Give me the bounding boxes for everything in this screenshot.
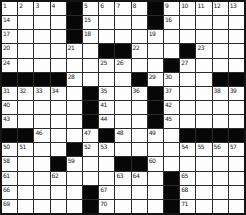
black-cell-r5c1 <box>18 73 33 86</box>
cell-r3c12[interactable]: 23 <box>196 44 211 57</box>
cell-r2c0[interactable]: 17 <box>2 30 17 43</box>
clue-number: 13 <box>230 2 237 9</box>
cell-r4c5[interactable] <box>83 59 98 72</box>
black-cell-r9c0 <box>2 129 17 142</box>
cell-r7c14[interactable] <box>229 101 244 114</box>
clue-number: 16 <box>165 16 172 23</box>
cell-r1c5[interactable]: 15 <box>83 16 98 29</box>
cell-r14c14[interactable] <box>229 200 244 213</box>
cell-r7c6[interactable]: 41 <box>99 101 114 114</box>
clue-number: 23 <box>197 44 204 51</box>
clue-number: 31 <box>3 87 10 94</box>
black-cell-r9c1 <box>18 129 33 142</box>
clue-number: 3 <box>35 2 38 9</box>
clue-number: 53 <box>100 143 107 150</box>
clue-number: 37 <box>165 87 172 94</box>
cell-r6c6[interactable]: 35 <box>99 87 114 100</box>
cell-r6c8[interactable]: 36 <box>132 87 147 100</box>
cell-r1c2[interactable] <box>34 16 49 29</box>
cell-r13c3[interactable] <box>51 186 66 199</box>
clue-number: 50 <box>3 143 10 150</box>
cell-r2c13[interactable] <box>213 30 228 43</box>
cell-r0c2[interactable]: 3 <box>34 2 49 15</box>
cell-r6c12[interactable] <box>196 87 211 100</box>
cell-r14c8[interactable] <box>132 200 147 213</box>
cell-r2c2[interactable] <box>34 30 49 43</box>
cell-r11c11[interactable] <box>180 157 195 170</box>
clue-number: 1 <box>3 2 6 9</box>
black-cell-r9c6 <box>99 129 114 142</box>
clue-number: 60 <box>149 157 156 164</box>
cell-r8c1[interactable] <box>18 115 33 128</box>
clue-number: 71 <box>181 200 188 207</box>
clue-number: 11 <box>197 2 204 9</box>
cell-r12c11[interactable]: 65 <box>180 172 195 185</box>
black-cell-r1c4 <box>67 16 82 29</box>
cell-r3c14[interactable] <box>229 44 244 57</box>
cell-r14c7[interactable] <box>115 200 130 213</box>
clue-number: 28 <box>68 73 75 80</box>
cell-r13c14[interactable] <box>229 186 244 199</box>
cell-r11c9[interactable]: 60 <box>148 157 163 170</box>
cell-r10c13[interactable]: 56 <box>213 143 228 156</box>
cell-r14c2[interactable] <box>34 200 49 213</box>
cell-r9c2[interactable]: 46 <box>34 129 49 142</box>
cell-r4c14[interactable] <box>229 59 244 72</box>
cell-r1c1[interactable] <box>18 16 33 29</box>
clue-number: 34 <box>52 87 59 94</box>
clue-number: 15 <box>84 16 91 23</box>
clue-number: 49 <box>149 129 156 136</box>
cell-r5c6[interactable] <box>99 73 114 86</box>
clue-number: 56 <box>214 143 221 150</box>
cell-r5c5[interactable] <box>83 73 98 86</box>
cell-r13c0[interactable]: 66 <box>2 186 17 199</box>
clue-number: 19 <box>149 30 156 37</box>
cell-r13c7[interactable] <box>115 186 130 199</box>
cell-r8c3[interactable] <box>51 115 66 128</box>
cell-r8c0[interactable]: 43 <box>2 115 17 128</box>
cell-r10c10[interactable] <box>164 143 179 156</box>
cell-r12c9[interactable] <box>148 172 163 185</box>
cell-r9c7[interactable]: 48 <box>115 129 130 142</box>
black-cell-r9c13 <box>213 129 228 142</box>
cell-r4c8[interactable] <box>132 59 147 72</box>
clue-number: 39 <box>230 87 237 94</box>
cell-r3c8[interactable]: 22 <box>132 44 147 57</box>
clue-number: 52 <box>84 143 91 150</box>
black-cell-r11c8 <box>132 157 147 170</box>
clue-number: 2 <box>19 2 22 9</box>
clue-number: 61 <box>3 172 10 179</box>
clue-number: 64 <box>133 172 140 179</box>
cell-r10c0[interactable]: 50 <box>2 143 17 156</box>
clue-number: 22 <box>133 44 140 51</box>
cell-r0c14[interactable]: 13 <box>229 2 244 15</box>
cell-r2c7[interactable] <box>115 30 130 43</box>
cell-r10c2[interactable] <box>34 143 49 156</box>
clue-number: 46 <box>35 129 42 136</box>
clue-number: 5 <box>84 2 87 9</box>
black-cell-r13c5 <box>83 186 98 199</box>
cell-r14c9[interactable] <box>148 200 163 213</box>
cell-r4c2[interactable] <box>34 59 49 72</box>
clue-number: 41 <box>100 101 107 108</box>
clue-number: 59 <box>68 157 75 164</box>
cell-r12c1[interactable] <box>18 172 33 185</box>
black-cell-r8c5 <box>83 115 98 128</box>
cell-r9c8[interactable] <box>132 129 147 142</box>
black-cell-r10c4 <box>67 143 82 156</box>
clue-number: 36 <box>133 87 140 94</box>
cell-r12c8[interactable]: 64 <box>132 172 147 185</box>
cell-r3c3[interactable] <box>51 44 66 57</box>
cell-r2c1[interactable] <box>18 30 33 43</box>
black-cell-r13c10 <box>164 186 179 199</box>
clue-number: 20 <box>3 44 10 51</box>
cell-r9c9[interactable]: 49 <box>148 129 163 142</box>
cell-r1c11[interactable] <box>180 16 195 29</box>
cell-r10c9[interactable] <box>148 143 163 156</box>
clue-number: 51 <box>19 143 26 150</box>
cell-r8c14[interactable] <box>229 115 244 128</box>
cell-r12c2[interactable] <box>34 172 49 185</box>
cell-r8c10[interactable]: 45 <box>164 115 179 128</box>
cell-r8c8[interactable] <box>132 115 147 128</box>
cell-r2c5[interactable]: 18 <box>83 30 98 43</box>
cell-r0c13[interactable]: 12 <box>213 2 228 15</box>
black-cell-r7c9 <box>148 101 163 114</box>
cell-r6c13[interactable]: 38 <box>213 87 228 100</box>
cell-r4c6[interactable]: 25 <box>99 59 114 72</box>
crossword-board: 1234567891011121314151617181920212223242… <box>0 0 246 215</box>
cell-r6c3[interactable]: 34 <box>51 87 66 100</box>
clue-number: 47 <box>84 129 91 136</box>
black-cell-r0c9 <box>148 2 163 15</box>
cell-r0c5[interactable]: 5 <box>83 2 98 15</box>
black-cell-r3c6 <box>99 44 114 57</box>
cell-r7c13[interactable] <box>213 101 228 114</box>
cell-r11c2[interactable] <box>34 157 49 170</box>
cell-r12c3[interactable]: 62 <box>51 172 66 185</box>
cell-r8c4[interactable] <box>67 115 82 128</box>
black-cell-r4c10 <box>164 59 179 72</box>
cell-r14c12[interactable] <box>196 200 211 213</box>
black-cell-r5c14 <box>229 73 244 86</box>
clue-number: 42 <box>165 101 172 108</box>
clue-number: 44 <box>100 115 107 122</box>
clue-number: 4 <box>52 2 55 9</box>
clue-number: 48 <box>116 129 123 136</box>
cell-r11c12[interactable] <box>196 157 211 170</box>
black-cell-r2c4 <box>67 30 82 43</box>
cell-r13c13[interactable] <box>213 186 228 199</box>
black-cell-r5c13 <box>213 73 228 86</box>
black-cell-r14c10 <box>164 200 179 213</box>
cell-r0c12[interactable]: 11 <box>196 2 211 15</box>
cell-r13c1[interactable] <box>18 186 33 199</box>
black-cell-r0c4 <box>67 2 82 15</box>
cell-r10c5[interactable]: 52 <box>83 143 98 156</box>
black-cell-r5c8 <box>132 73 147 86</box>
cell-r5c9[interactable]: 29 <box>148 73 163 86</box>
cell-r1c12[interactable] <box>196 16 211 29</box>
cell-r3c2[interactable] <box>34 44 49 57</box>
clue-number: 55 <box>197 143 204 150</box>
cell-r0c10[interactable]: 9 <box>164 2 179 15</box>
black-cell-r11c7 <box>115 157 130 170</box>
clue-number: 14 <box>3 16 10 23</box>
cell-r5c4[interactable]: 28 <box>67 73 82 86</box>
black-cell-r7c5 <box>83 101 98 114</box>
cell-r6c0[interactable]: 31 <box>2 87 17 100</box>
cell-r12c5[interactable] <box>83 172 98 185</box>
clue-number: 43 <box>3 115 10 122</box>
cell-r12c6[interactable] <box>99 172 114 185</box>
cell-r5c11[interactable] <box>180 73 195 86</box>
cell-r7c12[interactable] <box>196 101 211 114</box>
cell-r1c8[interactable] <box>132 16 147 29</box>
cell-r3c5[interactable] <box>83 44 98 57</box>
cell-r14c4[interactable] <box>67 200 82 213</box>
cell-r2c3[interactable] <box>51 30 66 43</box>
cell-r9c3[interactable] <box>51 129 66 142</box>
clue-number: 38 <box>214 87 221 94</box>
black-cell-r14c5 <box>83 200 98 213</box>
cell-r13c2[interactable] <box>34 186 49 199</box>
clue-number: 32 <box>19 87 26 94</box>
clue-number: 35 <box>100 87 107 94</box>
cell-r6c7[interactable] <box>115 87 130 100</box>
cell-r12c13[interactable] <box>213 172 228 185</box>
clue-number: 10 <box>181 2 188 9</box>
cell-r1c10[interactable]: 16 <box>164 16 179 29</box>
cell-r11c13[interactable] <box>213 157 228 170</box>
cell-r13c12[interactable] <box>196 186 211 199</box>
clue-number: 27 <box>181 59 188 66</box>
cell-r12c4[interactable] <box>67 172 82 185</box>
cell-r7c7[interactable] <box>115 101 130 114</box>
clue-number: 8 <box>133 2 136 9</box>
clue-number: 17 <box>3 30 10 37</box>
cell-r7c8[interactable] <box>132 101 147 114</box>
cell-r14c3[interactable] <box>51 200 66 213</box>
clue-number: 30 <box>165 73 172 80</box>
cell-r4c4[interactable] <box>67 59 82 72</box>
cell-r10c1[interactable]: 51 <box>18 143 33 156</box>
cell-r13c11[interactable]: 68 <box>180 186 195 199</box>
clue-number: 67 <box>100 186 107 193</box>
cell-r4c0[interactable]: 24 <box>2 59 17 72</box>
clue-number: 57 <box>230 143 237 150</box>
cell-r1c13[interactable] <box>213 16 228 29</box>
cell-r13c4[interactable] <box>67 186 82 199</box>
cell-r10c11[interactable]: 54 <box>180 143 195 156</box>
cell-r6c14[interactable]: 39 <box>229 87 244 100</box>
cell-r4c9[interactable] <box>148 59 163 72</box>
clue-number: 9 <box>165 2 168 9</box>
cell-r1c7[interactable] <box>115 16 130 29</box>
cell-r5c7[interactable] <box>115 73 130 86</box>
cell-r11c14[interactable] <box>229 157 244 170</box>
black-cell-r3c7 <box>115 44 130 57</box>
cell-r7c3[interactable] <box>51 101 66 114</box>
cell-r12c7[interactable]: 63 <box>115 172 130 185</box>
cell-r9c4[interactable] <box>67 129 82 142</box>
cell-r12c14[interactable] <box>229 172 244 185</box>
clue-number: 25 <box>100 59 107 66</box>
cell-r8c6[interactable]: 44 <box>99 115 114 128</box>
cell-r13c6[interactable]: 67 <box>99 186 114 199</box>
cell-r3c0[interactable]: 20 <box>2 44 17 57</box>
clue-number: 6 <box>100 2 103 9</box>
clue-number: 21 <box>68 44 75 51</box>
cell-r3c13[interactable] <box>213 44 228 57</box>
clue-number: 26 <box>116 59 123 66</box>
cell-r8c11[interactable] <box>180 115 195 128</box>
cell-r4c1[interactable] <box>18 59 33 72</box>
cell-r1c6[interactable] <box>99 16 114 29</box>
cell-r12c0[interactable]: 61 <box>2 172 17 185</box>
cell-r0c8[interactable]: 8 <box>132 2 147 15</box>
cell-r7c0[interactable]: 40 <box>2 101 17 114</box>
cell-r2c10[interactable] <box>164 30 179 43</box>
clue-number: 68 <box>181 186 188 193</box>
clue-number: 54 <box>181 143 188 150</box>
cell-r0c0[interactable]: 1 <box>2 2 17 15</box>
black-cell-r6c5 <box>83 87 98 100</box>
cell-r11c0[interactable]: 58 <box>2 157 17 170</box>
cell-r7c4[interactable] <box>67 101 82 114</box>
cell-r14c1[interactable] <box>18 200 33 213</box>
cell-r2c8[interactable] <box>132 30 147 43</box>
cell-r8c13[interactable] <box>213 115 228 128</box>
cell-r8c12[interactable] <box>196 115 211 128</box>
black-cell-r5c0 <box>2 73 17 86</box>
cell-r4c3[interactable] <box>51 59 66 72</box>
cell-r6c2[interactable]: 33 <box>34 87 49 100</box>
cell-r8c2[interactable] <box>34 115 49 128</box>
black-cell-r1c9 <box>148 16 163 29</box>
cell-r14c6[interactable]: 70 <box>99 200 114 213</box>
cell-r11c5[interactable] <box>83 157 98 170</box>
black-cell-r3c11 <box>180 44 195 57</box>
cell-r6c11[interactable] <box>180 87 195 100</box>
cell-r1c3[interactable] <box>51 16 66 29</box>
cell-r2c12[interactable] <box>196 30 211 43</box>
cell-r11c6[interactable] <box>99 157 114 170</box>
cell-r3c9[interactable] <box>148 44 163 57</box>
clue-number: 58 <box>3 157 10 164</box>
cell-r5c12[interactable] <box>196 73 211 86</box>
cell-r3c4[interactable]: 21 <box>67 44 82 57</box>
black-cell-r12c10 <box>164 172 179 185</box>
cell-r2c9[interactable]: 19 <box>148 30 163 43</box>
cell-r4c11[interactable]: 27 <box>180 59 195 72</box>
cell-r9c10[interactable] <box>164 129 179 142</box>
clue-number: 7 <box>116 2 119 9</box>
cell-r14c11[interactable]: 71 <box>180 200 195 213</box>
cell-r14c13[interactable] <box>213 200 228 213</box>
cell-r2c14[interactable] <box>229 30 244 43</box>
clue-number: 66 <box>3 186 10 193</box>
cell-r7c1[interactable] <box>18 101 33 114</box>
cell-r11c1[interactable] <box>18 157 33 170</box>
clue-number: 62 <box>52 172 59 179</box>
cell-r7c11[interactable] <box>180 101 195 114</box>
cell-r4c7[interactable]: 26 <box>115 59 130 72</box>
clue-number: 40 <box>3 101 10 108</box>
cell-r5c10[interactable]: 30 <box>164 73 179 86</box>
cell-r0c6[interactable]: 6 <box>99 2 114 15</box>
cell-r1c0[interactable]: 14 <box>2 16 17 29</box>
clue-number: 70 <box>100 200 107 207</box>
cell-r0c11[interactable]: 10 <box>180 2 195 15</box>
cell-r9c5[interactable]: 47 <box>83 129 98 142</box>
black-cell-r5c2 <box>34 73 49 86</box>
cell-r11c4[interactable]: 59 <box>67 157 82 170</box>
cell-r2c11[interactable] <box>180 30 195 43</box>
black-cell-r9c12 <box>196 129 211 142</box>
cell-r10c3[interactable] <box>51 143 66 156</box>
cell-r4c12[interactable] <box>196 59 211 72</box>
black-cell-r8c9 <box>148 115 163 128</box>
clue-number: 69 <box>3 200 10 207</box>
cell-r14c0[interactable]: 69 <box>2 200 17 213</box>
cell-r0c3[interactable]: 4 <box>51 2 66 15</box>
clue-number: 29 <box>149 73 156 80</box>
cell-r2c6[interactable] <box>99 30 114 43</box>
black-cell-r11c3 <box>51 157 66 170</box>
clue-number: 65 <box>181 172 188 179</box>
black-cell-r5c3 <box>51 73 66 86</box>
cell-r12c12[interactable] <box>196 172 211 185</box>
cell-r8c7[interactable] <box>115 115 130 128</box>
clue-number: 12 <box>214 2 221 9</box>
cell-r3c1[interactable] <box>18 44 33 57</box>
clue-number: 33 <box>35 87 42 94</box>
cell-r1c14[interactable] <box>229 16 244 29</box>
cell-r10c14[interactable]: 57 <box>229 143 244 156</box>
clue-number: 18 <box>84 30 91 37</box>
black-cell-r9c11 <box>180 129 195 142</box>
clue-number: 45 <box>165 115 172 122</box>
cell-r0c1[interactable]: 2 <box>18 2 33 15</box>
cell-r10c8[interactable] <box>132 143 147 156</box>
cell-r6c4[interactable] <box>67 87 82 100</box>
cell-r0c7[interactable]: 7 <box>115 2 130 15</box>
black-cell-r9c14 <box>229 129 244 142</box>
cell-r13c8[interactable] <box>132 186 147 199</box>
cell-r4c13[interactable] <box>213 59 228 72</box>
black-cell-r6c9 <box>148 87 163 100</box>
cell-r11c10[interactable] <box>164 157 179 170</box>
cell-r7c2[interactable] <box>34 101 49 114</box>
cell-r6c10[interactable]: 37 <box>164 87 179 100</box>
cell-r10c6[interactable]: 53 <box>99 143 114 156</box>
clue-number: 24 <box>3 59 10 66</box>
cell-r6c1[interactable]: 32 <box>18 87 33 100</box>
cell-r3c10[interactable] <box>164 44 179 57</box>
cell-r13c9[interactable] <box>148 186 163 199</box>
cell-r7c10[interactable]: 42 <box>164 101 179 114</box>
cell-r10c7[interactable] <box>115 143 130 156</box>
cell-r10c12[interactable]: 55 <box>196 143 211 156</box>
clue-number: 63 <box>116 172 123 179</box>
